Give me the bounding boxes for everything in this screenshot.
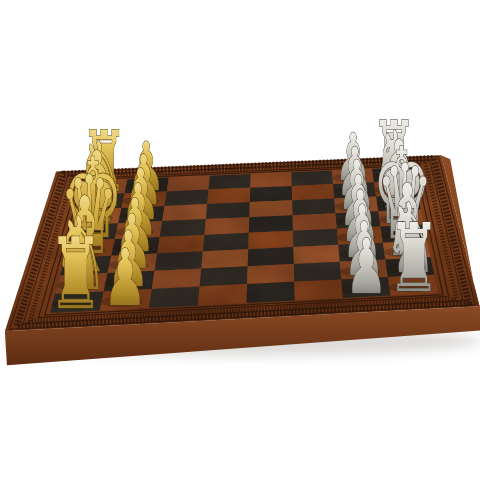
chess-set-photo: ♜♟♟♜♞♟♟♞♝♟♟♝♚♟♟♚♛♟♟♛♝♟♟♝♞♟♟♞♜♟♟♜: [0, 0, 480, 480]
white-rook-a1[interactable]: ♜: [48, 216, 103, 330]
white-pawn-a2[interactable]: ♟: [103, 232, 147, 323]
black-pawn-a7[interactable]: ♟: [345, 222, 387, 311]
black-rook-a8[interactable]: ♜: [387, 203, 439, 314]
chessboard: ♜♟♟♜♞♟♟♞♝♟♟♝♚♟♟♚♛♟♟♛♝♟♟♝♞♟♟♞♜♟♟♜: [0, 0, 480, 480]
